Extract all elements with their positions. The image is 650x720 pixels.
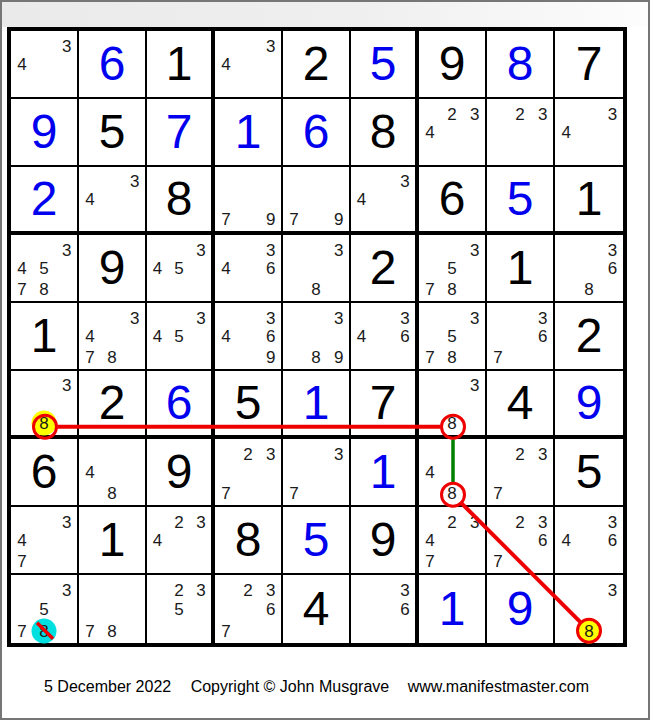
digit-given: 4: [303, 585, 330, 633]
pencil-mark: 8: [39, 622, 48, 639]
pencil-mark: 8: [447, 415, 456, 432]
pencil-mark: 2: [174, 513, 183, 530]
digit-given: 7: [576, 40, 603, 88]
pencil-mark: 6: [400, 328, 409, 345]
pencil-mark: 3: [266, 241, 275, 258]
cell-r2c9[interactable]: 34: [555, 99, 623, 167]
digit-solved: 1: [303, 379, 330, 427]
cell-r5c4[interactable]: 3469: [215, 303, 283, 371]
pencil-mark: 3: [62, 241, 71, 258]
cell-r4c6[interactable]: 2: [351, 235, 419, 303]
cell-r1c5[interactable]: 2: [283, 31, 351, 99]
digit-solved: 7: [166, 108, 193, 156]
digit-given: 2: [370, 244, 397, 292]
pencil-mark: 3: [196, 513, 205, 530]
pencil-mark: 6: [608, 260, 617, 277]
cell-r8c9[interactable]: 346: [555, 507, 623, 575]
cell-r3c9[interactable]: 1: [555, 167, 623, 235]
cell-r1c3[interactable]: 1: [147, 31, 215, 99]
cell-r3c6[interactable]: 34: [351, 167, 419, 235]
pencil-mark: 3: [400, 173, 409, 190]
cell-r2c2[interactable]: 5: [79, 99, 147, 167]
footer-website[interactable]: www.manifestmaster.com: [408, 678, 589, 695]
digit-solved: 9: [507, 585, 534, 633]
digit-given: 8: [370, 108, 397, 156]
cell-r7c3[interactable]: 9: [147, 439, 215, 507]
cell-r1c7[interactable]: 9: [419, 31, 487, 99]
cell-r8c8[interactable]: 2367: [487, 507, 555, 575]
cell-r5c8[interactable]: 367: [487, 303, 555, 371]
pencil-mark: 3: [470, 241, 479, 258]
pencil-mark: 6: [538, 532, 547, 549]
cell-r6c8[interactable]: 4: [487, 371, 555, 439]
pencil-mark: 3: [470, 309, 479, 326]
cell-r3c7[interactable]: 6: [419, 167, 487, 235]
pencil-mark: 3: [608, 582, 617, 599]
cell-r7c2[interactable]: 48: [79, 439, 147, 507]
cell-r6c1[interactable]: 38: [11, 371, 79, 439]
cell-r1c1[interactable]: 34: [11, 31, 79, 99]
pencil-mark: 8: [447, 281, 456, 298]
pencil-mark: 2: [243, 582, 252, 599]
pencil-mark: 4: [221, 328, 230, 345]
pencil-mark: 3: [608, 513, 617, 530]
digit-solved: 6: [166, 379, 193, 427]
pencil-mark: 4: [357, 328, 366, 345]
digit-given: 9: [439, 40, 466, 88]
cell-r4c1[interactable]: 34578: [11, 235, 79, 303]
pencil-mark: 2: [515, 513, 524, 530]
pencil-mark: 4: [357, 191, 366, 208]
pencil-mark: 2: [243, 445, 252, 462]
pencil-mark: 4: [425, 124, 434, 141]
cell-r5c9[interactable]: 2: [555, 303, 623, 371]
pencil-mark: 2: [447, 513, 456, 530]
pencil-mark: 7: [17, 281, 26, 298]
cell-r4c4[interactable]: 346: [215, 235, 283, 303]
pencil-mark: 3: [400, 309, 409, 326]
cell-r6c9[interactable]: 9: [555, 371, 623, 439]
window-titlebar: [2, 2, 648, 27]
digit-given: 5: [99, 108, 126, 156]
pencil-mark: 8: [584, 622, 593, 639]
cell-r8c6[interactable]: 9: [351, 507, 419, 575]
pencil-mark: 3: [334, 445, 343, 462]
pencil-mark: 3: [62, 582, 71, 599]
cell-r8c7[interactable]: 2347: [419, 507, 487, 575]
pencil-mark: 5: [447, 328, 456, 345]
cell-r7c5[interactable]: 37: [283, 439, 351, 507]
cell-r5c1[interactable]: 1: [11, 303, 79, 371]
cell-r2c6[interactable]: 8: [351, 99, 419, 167]
pencil-mark: 3: [196, 309, 205, 326]
pencil-mark: 3: [62, 513, 71, 530]
pencil-mark: 3: [334, 309, 343, 326]
pencil-mark: 4: [561, 124, 570, 141]
digit-solved: 5: [303, 516, 330, 564]
pencil-mark: 3: [400, 582, 409, 599]
cell-r5c6[interactable]: 346: [351, 303, 419, 371]
pencil-mark: 7: [17, 622, 26, 639]
pencil-mark: 5: [174, 328, 183, 345]
pencil-mark: 7: [493, 553, 502, 570]
cell-r4c8[interactable]: 1: [487, 235, 555, 303]
digit-given: 9: [166, 448, 193, 496]
digit-given: 7: [370, 379, 397, 427]
page: 3461342598795716823423342348797934651345…: [0, 0, 650, 720]
pencil-mark: 5: [174, 601, 183, 618]
pencil-mark: 4: [221, 260, 230, 277]
cell-r6c6[interactable]: 7: [351, 371, 419, 439]
pencil-mark: 7: [493, 349, 502, 366]
pencil-mark: 5: [39, 260, 48, 277]
pencil-mark: 3: [266, 582, 275, 599]
pencil-mark: 7: [221, 485, 230, 502]
cell-r8c5[interactable]: 5: [283, 507, 351, 575]
digit-given: 1: [99, 516, 126, 564]
digit-given: 1: [576, 175, 603, 223]
pencil-mark: 9: [334, 211, 343, 228]
cell-r8c4[interactable]: 8: [215, 507, 283, 575]
pencil-mark: 8: [107, 622, 116, 639]
pencil-mark: 6: [608, 532, 617, 549]
cell-r4c3[interactable]: 345: [147, 235, 215, 303]
pencil-mark: 2: [515, 445, 524, 462]
pencil-mark: 3: [538, 105, 547, 122]
pencil-mark: 6: [266, 328, 275, 345]
pencil-mark: 9: [266, 211, 275, 228]
cell-r4c5[interactable]: 38: [283, 235, 351, 303]
cell-r7c8[interactable]: 237: [487, 439, 555, 507]
cell-r4c9[interactable]: 368: [555, 235, 623, 303]
pencil-mark: 3: [130, 309, 139, 326]
pencil-mark: 4: [221, 56, 230, 73]
cell-r3c8[interactable]: 5: [487, 167, 555, 235]
pencil-mark: 7: [85, 622, 94, 639]
pencil-mark: 8: [447, 349, 456, 366]
digit-given: 1: [31, 312, 58, 360]
pencil-mark: 4: [425, 464, 434, 481]
pencil-mark: 7: [221, 622, 230, 639]
pencil-mark: 4: [561, 532, 570, 549]
pencil-mark: 8: [39, 281, 48, 298]
pencil-mark: 3: [470, 105, 479, 122]
cell-r9c4[interactable]: 2367: [215, 575, 283, 643]
footer: 5 December 2022 Copyright © John Musgrav…: [44, 678, 589, 696]
pencil-mark: 4: [153, 328, 162, 345]
digit-solved: 2: [31, 175, 58, 223]
cell-r1c8[interactable]: 8: [487, 31, 555, 99]
cell-r3c5[interactable]: 79: [283, 167, 351, 235]
pencil-mark: 8: [311, 281, 320, 298]
pencil-mark: 9: [266, 349, 275, 366]
digit-given: 5: [576, 448, 603, 496]
pencil-mark: 4: [17, 260, 26, 277]
pencil-mark: 5: [39, 601, 48, 618]
cell-r1c2[interactable]: 6: [79, 31, 147, 99]
cell-r8c1[interactable]: 347: [11, 507, 79, 575]
cell-r7c4[interactable]: 237: [215, 439, 283, 507]
pencil-mark: 7: [289, 211, 298, 228]
pencil-mark: 3: [62, 377, 71, 394]
cell-r1c9[interactable]: 7: [555, 31, 623, 99]
digit-solved: 5: [507, 175, 534, 223]
footer-date: 5 December 2022: [44, 678, 171, 695]
cell-r2c8[interactable]: 23: [487, 99, 555, 167]
pencil-mark: 7: [289, 485, 298, 502]
pencil-mark: 7: [425, 553, 434, 570]
pencil-mark: 6: [266, 260, 275, 277]
cell-r1c6[interactable]: 5: [351, 31, 419, 99]
pencil-mark: 4: [17, 56, 26, 73]
digit-solved: 9: [576, 379, 603, 427]
cell-r7c1[interactable]: 6: [11, 439, 79, 507]
cell-r2c1[interactable]: 9: [11, 99, 79, 167]
cell-r2c3[interactable]: 7: [147, 99, 215, 167]
cell-r8c2[interactable]: 1: [79, 507, 147, 575]
pencil-mark: 7: [425, 349, 434, 366]
pencil-mark: 3: [334, 241, 343, 258]
pencil-mark: 7: [425, 281, 434, 298]
digit-solved: 6: [99, 40, 126, 88]
pencil-mark: 2: [447, 105, 456, 122]
pencil-mark: 3: [130, 173, 139, 190]
digit-given: 2: [303, 40, 330, 88]
pencil-mark: 4: [153, 532, 162, 549]
cell-r5c2[interactable]: 3478: [79, 303, 147, 371]
digit-given: 2: [576, 312, 603, 360]
pencil-mark: 8: [107, 485, 116, 502]
cell-r9c8[interactable]: 9: [487, 575, 555, 643]
cell-r4c7[interactable]: 3578: [419, 235, 487, 303]
pencil-mark: 3: [266, 445, 275, 462]
cell-r3c4[interactable]: 79: [215, 167, 283, 235]
cell-r4c2[interactable]: 9: [79, 235, 147, 303]
pencil-mark: 4: [85, 464, 94, 481]
pencil-mark: 3: [538, 445, 547, 462]
pencil-mark: 7: [493, 485, 502, 502]
cell-r6c2[interactable]: 2: [79, 371, 147, 439]
pencil-mark: 7: [85, 349, 94, 366]
cell-r7c6[interactable]: 1: [351, 439, 419, 507]
digit-given: 9: [99, 244, 126, 292]
pencil-mark: 3: [62, 37, 71, 54]
pencil-mark: 8: [107, 349, 116, 366]
pencil-mark: 3: [196, 582, 205, 599]
pencil-mark: 6: [266, 601, 275, 618]
cell-r9c2[interactable]: 78: [79, 575, 147, 643]
cell-r6c4[interactable]: 5: [215, 371, 283, 439]
digit-solved: 8: [507, 40, 534, 88]
digit-given: 1: [507, 244, 534, 292]
digit-given: 6: [31, 448, 58, 496]
pencil-mark: 4: [153, 260, 162, 277]
cell-r8c3[interactable]: 234: [147, 507, 215, 575]
pencil-mark: 3: [266, 37, 275, 54]
cell-r6c3[interactable]: 6: [147, 371, 215, 439]
pencil-mark: 9: [334, 349, 343, 366]
pencil-mark: 5: [447, 260, 456, 277]
digit-given: 1: [166, 40, 193, 88]
cell-r1c4[interactable]: 34: [215, 31, 283, 99]
pencil-mark: 3: [608, 105, 617, 122]
pencil-mark: 6: [400, 601, 409, 618]
pencil-mark: 4: [85, 328, 94, 345]
cell-r5c5[interactable]: 389: [283, 303, 351, 371]
digit-given: 6: [439, 175, 466, 223]
pencil-mark: 6: [538, 328, 547, 345]
cell-r9c1[interactable]: 3578: [11, 575, 79, 643]
cell-r2c7[interactable]: 234: [419, 99, 487, 167]
pencil-mark: 5: [174, 260, 183, 277]
digit-given: 5: [235, 379, 262, 427]
cell-r9c9[interactable]: 38: [555, 575, 623, 643]
pencil-mark: 3: [470, 513, 479, 530]
digit-solved: 1: [439, 585, 466, 633]
pencil-mark: 4: [425, 532, 434, 549]
pencil-mark: 8: [39, 415, 48, 432]
cell-r5c3[interactable]: 345: [147, 303, 215, 371]
cell-r2c5[interactable]: 6: [283, 99, 351, 167]
cell-r6c7[interactable]: 38: [419, 371, 487, 439]
pencil-mark: 2: [515, 105, 524, 122]
pencil-mark: 4: [17, 532, 26, 549]
cell-r3c3[interactable]: 8: [147, 167, 215, 235]
digit-given: 8: [235, 516, 262, 564]
pencil-mark: 8: [584, 281, 593, 298]
footer-copyright: Copyright © John Musgrave: [191, 678, 390, 695]
digit-solved: 1: [235, 108, 262, 156]
cell-r5c7[interactable]: 3578: [419, 303, 487, 371]
digit-given: 8: [166, 175, 193, 223]
pencil-mark: 3: [470, 377, 479, 394]
pencil-mark: 3: [196, 241, 205, 258]
pencil-mark: 8: [311, 349, 320, 366]
cell-r9c5[interactable]: 4: [283, 575, 351, 643]
digit-given: 4: [507, 379, 534, 427]
cell-r9c7[interactable]: 1: [419, 575, 487, 643]
pencil-mark: 3: [538, 513, 547, 530]
pencil-mark: 7: [221, 211, 230, 228]
pencil-mark: 2: [174, 582, 183, 599]
pencil-mark: 3: [608, 241, 617, 258]
cell-r9c6[interactable]: 36: [351, 575, 419, 643]
pencil-mark: 3: [266, 309, 275, 326]
cell-r9c3[interactable]: 235: [147, 575, 215, 643]
digit-solved: 6: [303, 108, 330, 156]
digit-solved: 5: [370, 40, 397, 88]
cell-r2c4[interactable]: 1: [215, 99, 283, 167]
cell-r3c2[interactable]: 34: [79, 167, 147, 235]
digit-solved: 1: [370, 448, 397, 496]
pencil-mark: 8: [447, 485, 456, 502]
pencil-mark: 3: [538, 309, 547, 326]
digit-given: 2: [99, 379, 126, 427]
cell-r6c5[interactable]: 1: [283, 371, 351, 439]
cell-r7c9[interactable]: 5: [555, 439, 623, 507]
cell-r3c1[interactable]: 2: [11, 167, 79, 235]
digit-given: 9: [370, 516, 397, 564]
cell-r7c7[interactable]: 48: [419, 439, 487, 507]
digit-solved: 9: [31, 108, 58, 156]
sudoku-board: 3461342598795716823423342348797934651345…: [7, 27, 627, 647]
pencil-mark: 4: [85, 191, 94, 208]
pencil-mark: 7: [17, 553, 26, 570]
